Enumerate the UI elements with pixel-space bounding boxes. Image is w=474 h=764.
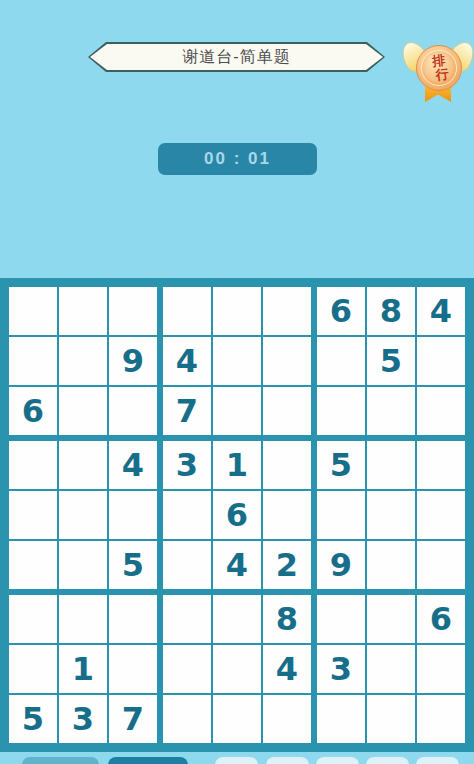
- bottom-button-4[interactable]: [266, 757, 309, 764]
- sudoku-cell-r7c2[interactable]: [59, 595, 107, 643]
- sudoku-cell-r5c4[interactable]: [163, 491, 211, 539]
- sudoku-cell-r2c3[interactable]: 9: [109, 337, 157, 385]
- ranking-badge-button[interactable]: 排行: [406, 36, 470, 104]
- sudoku-app-screen: 谢道台-简单题 排行 00 : 01 964768454531642591537…: [0, 0, 474, 764]
- sudoku-cell-r1c3[interactable]: [109, 287, 157, 335]
- sudoku-cell-r7c7[interactable]: [317, 595, 365, 643]
- sudoku-cell-r5c2[interactable]: [59, 491, 107, 539]
- title-banner: 谢道台-简单题: [88, 42, 385, 72]
- sudoku-cell-r5c7[interactable]: [317, 491, 365, 539]
- sudoku-cell-r6c8[interactable]: [367, 541, 415, 589]
- sudoku-cell-r5c3[interactable]: [109, 491, 157, 539]
- sudoku-cell-r1c7[interactable]: 6: [317, 287, 365, 335]
- timer: 00 : 01: [158, 143, 317, 175]
- sudoku-box-8: 84: [163, 595, 311, 743]
- sudoku-cell-r3c9[interactable]: [417, 387, 465, 435]
- sudoku-cell-r9c3[interactable]: 7: [109, 695, 157, 743]
- sudoku-box-9: 63: [317, 595, 465, 743]
- sudoku-cell-r6c9[interactable]: [417, 541, 465, 589]
- sudoku-cell-r6c6[interactable]: 2: [263, 541, 311, 589]
- sudoku-cell-r3c6[interactable]: [263, 387, 311, 435]
- sudoku-cell-r8c2[interactable]: 1: [59, 645, 107, 693]
- sudoku-cell-r9c4[interactable]: [163, 695, 211, 743]
- sudoku-cell-r2c8[interactable]: 5: [367, 337, 415, 385]
- sudoku-cell-r6c5[interactable]: 4: [213, 541, 261, 589]
- sudoku-cell-r1c9[interactable]: 4: [417, 287, 465, 335]
- sudoku-cell-r9c6[interactable]: [263, 695, 311, 743]
- sudoku-cell-r4c3[interactable]: 4: [109, 441, 157, 489]
- sudoku-cell-r7c5[interactable]: [213, 595, 261, 643]
- sudoku-cell-r4c1[interactable]: [9, 441, 57, 489]
- sudoku-cell-r9c9[interactable]: [417, 695, 465, 743]
- sudoku-cell-r9c1[interactable]: 5: [9, 695, 57, 743]
- sudoku-cell-r8c4[interactable]: [163, 645, 211, 693]
- sudoku-cell-r9c5[interactable]: [213, 695, 261, 743]
- page-title: 谢道台-简单题: [182, 47, 290, 68]
- sudoku-cell-r5c9[interactable]: [417, 491, 465, 539]
- sudoku-cell-r7c8[interactable]: [367, 595, 415, 643]
- sudoku-cell-r1c2[interactable]: [59, 287, 107, 335]
- sudoku-cell-r8c1[interactable]: [9, 645, 57, 693]
- sudoku-cell-r7c3[interactable]: [109, 595, 157, 643]
- sudoku-cell-r3c5[interactable]: [213, 387, 261, 435]
- bottom-button-bar: [0, 757, 474, 764]
- sudoku-cell-r6c2[interactable]: [59, 541, 107, 589]
- timer-value: 00 : 01: [204, 149, 271, 169]
- sudoku-cell-r3c3[interactable]: [109, 387, 157, 435]
- sudoku-cell-r8c8[interactable]: [367, 645, 415, 693]
- bottom-button-7[interactable]: [416, 757, 459, 764]
- bottom-button-5[interactable]: [316, 757, 359, 764]
- sudoku-cell-r3c2[interactable]: [59, 387, 107, 435]
- bottom-button-1[interactable]: [22, 757, 99, 764]
- sudoku-cell-r8c5[interactable]: [213, 645, 261, 693]
- bottom-button-2[interactable]: [108, 757, 188, 764]
- sudoku-cell-r1c4[interactable]: [163, 287, 211, 335]
- sudoku-cell-r9c2[interactable]: 3: [59, 695, 107, 743]
- sudoku-cell-r5c5[interactable]: 6: [213, 491, 261, 539]
- sudoku-cell-r3c1[interactable]: 6: [9, 387, 57, 435]
- sudoku-cell-r4c6[interactable]: [263, 441, 311, 489]
- sudoku-cell-r2c9[interactable]: [417, 337, 465, 385]
- sudoku-cell-r2c4[interactable]: 4: [163, 337, 211, 385]
- sudoku-cell-r7c4[interactable]: [163, 595, 211, 643]
- sudoku-cell-r9c8[interactable]: [367, 695, 415, 743]
- sudoku-cell-r1c6[interactable]: [263, 287, 311, 335]
- sudoku-cell-r2c5[interactable]: [213, 337, 261, 385]
- sudoku-cell-r5c8[interactable]: [367, 491, 415, 539]
- sudoku-cell-r6c3[interactable]: 5: [109, 541, 157, 589]
- sudoku-cell-r4c8[interactable]: [367, 441, 415, 489]
- sudoku-box-5: 31642: [163, 441, 311, 589]
- bottom-button-3[interactable]: [215, 757, 258, 764]
- sudoku-cell-r7c6[interactable]: 8: [263, 595, 311, 643]
- sudoku-cell-r1c5[interactable]: [213, 287, 261, 335]
- sudoku-cell-r5c1[interactable]: [9, 491, 57, 539]
- sudoku-cell-r2c6[interactable]: [263, 337, 311, 385]
- sudoku-cell-r2c2[interactable]: [59, 337, 107, 385]
- sudoku-box-3: 6845: [317, 287, 465, 435]
- sudoku-cell-r1c1[interactable]: [9, 287, 57, 335]
- sudoku-box-4: 45: [9, 441, 157, 589]
- sudoku-board: 9647684545316425915378463: [0, 278, 474, 752]
- sudoku-cell-r3c4[interactable]: 7: [163, 387, 211, 435]
- sudoku-box-7: 1537: [9, 595, 157, 743]
- sudoku-cell-r4c5[interactable]: 1: [213, 441, 261, 489]
- medal-icon: 排行: [416, 45, 462, 91]
- sudoku-box-6: 59: [317, 441, 465, 589]
- sudoku-cell-r1c8[interactable]: 8: [367, 287, 415, 335]
- sudoku-cell-r3c7[interactable]: [317, 387, 365, 435]
- sudoku-cell-r8c7[interactable]: 3: [317, 645, 365, 693]
- sudoku-box-2: 47: [163, 287, 311, 435]
- sudoku-cell-r7c1[interactable]: [9, 595, 57, 643]
- sudoku-cell-r3c8[interactable]: [367, 387, 415, 435]
- sudoku-cell-r6c7[interactable]: 9: [317, 541, 365, 589]
- sudoku-cell-r4c9[interactable]: [417, 441, 465, 489]
- sudoku-cell-r4c4[interactable]: 3: [163, 441, 211, 489]
- sudoku-cell-r4c7[interactable]: 5: [317, 441, 365, 489]
- sudoku-cell-r5c6[interactable]: [263, 491, 311, 539]
- sudoku-cell-r8c3[interactable]: [109, 645, 157, 693]
- title-banner-face: 谢道台-简单题: [90, 44, 383, 70]
- sudoku-cell-r9c7[interactable]: [317, 695, 365, 743]
- sudoku-cell-r6c4[interactable]: [163, 541, 211, 589]
- sudoku-cell-r8c6[interactable]: 4: [263, 645, 311, 693]
- sudoku-cell-r8c9[interactable]: [417, 645, 465, 693]
- bottom-button-6[interactable]: [366, 757, 409, 764]
- sudoku-box-1: 96: [9, 287, 157, 435]
- ranking-badge-label: 排行: [431, 54, 447, 82]
- sudoku-cell-r2c7[interactable]: [317, 337, 365, 385]
- sudoku-cell-r6c1[interactable]: [9, 541, 57, 589]
- sudoku-cell-r4c2[interactable]: [59, 441, 107, 489]
- sudoku-cell-r2c1[interactable]: [9, 337, 57, 385]
- sudoku-cell-r7c9[interactable]: 6: [417, 595, 465, 643]
